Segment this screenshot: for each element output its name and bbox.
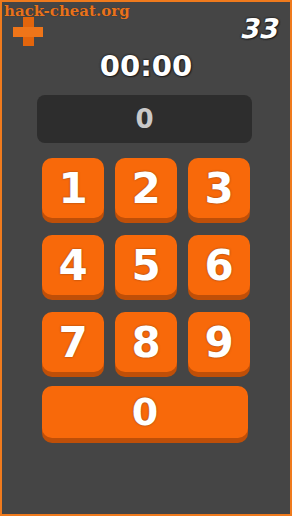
key-7[interactable]: 7	[42, 312, 104, 372]
display-value: 0	[135, 104, 153, 134]
key-5[interactable]: 5	[115, 235, 177, 295]
key-1[interactable]: 1	[42, 158, 104, 218]
key-9[interactable]: 9	[188, 312, 250, 372]
watermark-site-label: hack-cheat.org	[4, 2, 130, 20]
timer-label: 00:00	[2, 49, 290, 83]
key-6[interactable]: 6	[188, 235, 250, 295]
key-8[interactable]: 8	[115, 312, 177, 372]
key-3[interactable]: 3	[188, 158, 250, 218]
number-display: 0	[37, 95, 252, 143]
key-2[interactable]: 2	[115, 158, 177, 218]
game-screen: hack-cheat.org 33 00:00 0 1 2 3 4 5 6 7 …	[0, 0, 292, 516]
key-4[interactable]: 4	[42, 235, 104, 295]
score-counter: 33	[239, 13, 277, 44]
key-0[interactable]: 0	[42, 386, 248, 438]
keypad: 1 2 3 4 5 6 7 8 9	[42, 158, 250, 372]
